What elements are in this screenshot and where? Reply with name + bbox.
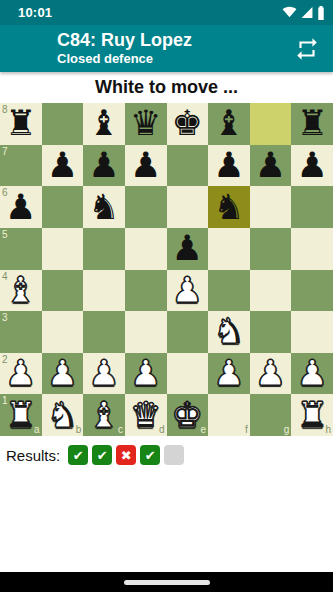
square-e1[interactable]: e♚ xyxy=(167,394,209,436)
rank-label-3: 3 xyxy=(2,313,8,323)
square-a7[interactable]: 7 xyxy=(0,145,42,187)
square-b2[interactable]: ♟ xyxy=(42,353,84,395)
square-e8[interactable]: ♚ xyxy=(167,103,209,145)
white-bishop-a4: ♝ xyxy=(5,273,36,308)
file-label-b: b xyxy=(76,425,82,435)
battery-icon xyxy=(317,6,325,20)
square-g5[interactable] xyxy=(250,228,292,270)
cellular-signal-icon xyxy=(300,6,314,19)
app-bar: C84: Ruy Lopez Closed defence xyxy=(0,25,333,72)
square-g6[interactable] xyxy=(250,186,292,228)
black-rook-a8: ♜ xyxy=(5,106,36,141)
white-rook-h1: ♜ xyxy=(296,398,327,433)
rank-label-1: 1 xyxy=(2,396,8,406)
black-knight-f6: ♞ xyxy=(213,190,244,225)
rank-label-6: 6 xyxy=(2,188,8,198)
navigation-bar xyxy=(0,572,333,592)
black-bishop-f8: ♝ xyxy=(213,106,244,141)
black-pawn-b7: ♟ xyxy=(47,148,78,183)
result-2-correct: ✔ xyxy=(92,445,112,465)
square-e5[interactable]: ♟ xyxy=(167,228,209,270)
square-f7[interactable]: ♟ xyxy=(208,145,250,187)
file-label-f: f xyxy=(245,425,248,435)
square-h4[interactable] xyxy=(291,270,333,312)
square-h8[interactable]: ♜ xyxy=(291,103,333,145)
status-icons xyxy=(282,6,325,20)
square-f3[interactable]: ♞ xyxy=(208,311,250,353)
rank-label-8: 8 xyxy=(2,105,8,115)
square-a1[interactable]: 1a♜ xyxy=(0,394,42,436)
white-pawn-f2: ♟ xyxy=(213,356,244,391)
square-e4[interactable]: ♟ xyxy=(167,270,209,312)
square-b3[interactable] xyxy=(42,311,84,353)
square-d4[interactable] xyxy=(125,270,167,312)
move-prompt: White to move ... xyxy=(0,72,333,103)
black-bishop-c8: ♝ xyxy=(88,106,119,141)
square-d7[interactable]: ♟ xyxy=(125,145,167,187)
black-queen-d8: ♛ xyxy=(130,106,161,141)
black-pawn-g7: ♟ xyxy=(255,148,286,183)
black-pawn-f7: ♟ xyxy=(213,148,244,183)
square-f1[interactable]: f xyxy=(208,394,250,436)
white-king-e1: ♚ xyxy=(172,398,203,433)
white-rook-a1: ♜ xyxy=(5,398,36,433)
square-g4[interactable] xyxy=(250,270,292,312)
file-label-e: e xyxy=(201,425,207,435)
white-pawn-e4: ♟ xyxy=(172,273,203,308)
square-a8[interactable]: 8♜ xyxy=(0,103,42,145)
square-c2[interactable]: ♟ xyxy=(83,353,125,395)
square-a4[interactable]: 4♝ xyxy=(0,270,42,312)
results-chips: ✔✔✖✔ xyxy=(68,445,188,465)
square-g3[interactable] xyxy=(250,311,292,353)
square-d1[interactable]: d♛ xyxy=(125,394,167,436)
home-gesture-pill[interactable] xyxy=(124,580,210,585)
square-f4[interactable] xyxy=(208,270,250,312)
square-f8[interactable]: ♝ xyxy=(208,103,250,145)
square-b5[interactable] xyxy=(42,228,84,270)
square-g8[interactable] xyxy=(250,103,292,145)
rank-label-5: 5 xyxy=(2,230,8,240)
result-1-correct: ✔ xyxy=(68,445,88,465)
square-h2[interactable]: ♟ xyxy=(291,353,333,395)
square-b8[interactable] xyxy=(42,103,84,145)
square-c4[interactable] xyxy=(83,270,125,312)
square-g1[interactable]: g xyxy=(250,394,292,436)
square-h3[interactable] xyxy=(291,311,333,353)
rank-label-4: 4 xyxy=(2,272,8,282)
square-d8[interactable]: ♛ xyxy=(125,103,167,145)
white-pawn-d2: ♟ xyxy=(130,356,161,391)
square-g2[interactable]: ♟ xyxy=(250,353,292,395)
square-h6[interactable] xyxy=(291,186,333,228)
black-pawn-a6: ♟ xyxy=(5,190,36,225)
square-b7[interactable]: ♟ xyxy=(42,145,84,187)
square-b6[interactable] xyxy=(42,186,84,228)
file-label-d: d xyxy=(159,425,165,435)
white-pawn-b2: ♟ xyxy=(47,356,78,391)
result-3-wrong: ✖ xyxy=(116,445,136,465)
square-b4[interactable] xyxy=(42,270,84,312)
white-pawn-a2: ♟ xyxy=(5,356,36,391)
black-pawn-h7: ♟ xyxy=(296,148,327,183)
results-row: Results: ✔✔✖✔ xyxy=(0,436,333,465)
result-5-empty xyxy=(164,445,184,465)
page-subtitle: Closed defence xyxy=(57,51,192,67)
status-time: 10:01 xyxy=(18,5,52,20)
repeat-button[interactable] xyxy=(290,32,324,66)
square-d2[interactable]: ♟ xyxy=(125,353,167,395)
status-bar: 10:01 xyxy=(0,0,333,25)
square-c1[interactable]: c♝ xyxy=(83,394,125,436)
square-a5[interactable]: 5 xyxy=(0,228,42,270)
square-h1[interactable]: h♜ xyxy=(291,394,333,436)
file-label-a: a xyxy=(34,425,40,435)
square-c5[interactable] xyxy=(83,228,125,270)
repeat-icon xyxy=(294,36,320,62)
square-g7[interactable]: ♟ xyxy=(250,145,292,187)
square-a2[interactable]: 2♟ xyxy=(0,353,42,395)
square-c3[interactable] xyxy=(83,311,125,353)
black-pawn-c7: ♟ xyxy=(88,148,119,183)
square-h5[interactable] xyxy=(291,228,333,270)
square-e3[interactable] xyxy=(167,311,209,353)
white-knight-f3: ♞ xyxy=(213,314,244,349)
rank-label-2: 2 xyxy=(2,355,8,365)
square-e7[interactable] xyxy=(167,145,209,187)
white-pawn-c2: ♟ xyxy=(88,356,119,391)
file-label-h: h xyxy=(325,425,331,435)
square-e6[interactable] xyxy=(167,186,209,228)
square-d5[interactable] xyxy=(125,228,167,270)
square-d3[interactable] xyxy=(125,311,167,353)
app-bar-titles: C84: Ruy Lopez Closed defence xyxy=(57,30,192,67)
white-pawn-h2: ♟ xyxy=(296,356,327,391)
square-f6[interactable]: ♞ xyxy=(208,186,250,228)
file-label-g: g xyxy=(284,425,290,435)
square-b1[interactable]: b♞ xyxy=(42,394,84,436)
square-h7[interactable]: ♟ xyxy=(291,145,333,187)
square-c6[interactable]: ♞ xyxy=(83,186,125,228)
results-label: Results: xyxy=(6,447,60,464)
black-king-e8: ♚ xyxy=(172,106,203,141)
square-a3[interactable]: 3 xyxy=(0,311,42,353)
square-f2[interactable]: ♟ xyxy=(208,353,250,395)
black-pawn-e5: ♟ xyxy=(172,231,203,266)
square-c8[interactable]: ♝ xyxy=(83,103,125,145)
wifi-icon xyxy=(282,6,297,19)
white-queen-d1: ♛ xyxy=(130,398,161,433)
square-e2[interactable] xyxy=(167,353,209,395)
white-pawn-g2: ♟ xyxy=(255,356,286,391)
file-label-c: c xyxy=(118,425,123,435)
black-knight-c6: ♞ xyxy=(88,190,119,225)
black-rook-h8: ♜ xyxy=(296,106,327,141)
app-screen: 10:01 C84: Ruy Lopez Closed defence Whit… xyxy=(0,0,333,592)
square-d6[interactable] xyxy=(125,186,167,228)
result-4-correct: ✔ xyxy=(140,445,160,465)
square-a6[interactable]: 6♟ xyxy=(0,186,42,228)
square-f5[interactable] xyxy=(208,228,250,270)
white-knight-b1: ♞ xyxy=(47,398,78,433)
page-title: C84: Ruy Lopez xyxy=(57,30,192,51)
white-bishop-c1: ♝ xyxy=(88,398,119,433)
rank-label-7: 7 xyxy=(2,147,8,157)
black-pawn-d7: ♟ xyxy=(130,148,161,183)
chess-board: 8♜♝♛♚♝♜7♟♟♟♟♟♟6♟♞♞5♟4♝♟3♞2♟♟♟♟♟♟♟1a♜b♞c♝… xyxy=(0,103,333,436)
square-c7[interactable]: ♟ xyxy=(83,145,125,187)
